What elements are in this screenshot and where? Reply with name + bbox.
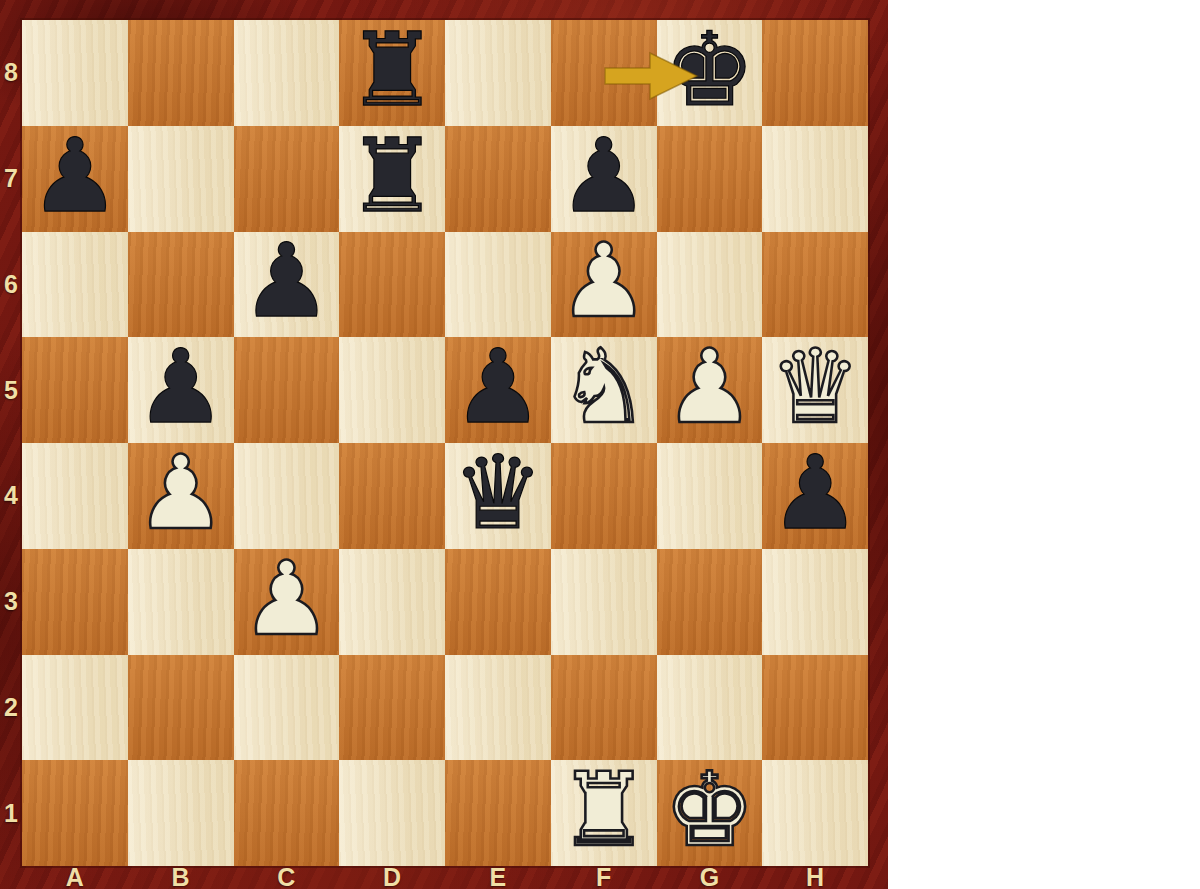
white-queen-h5[interactable]: ♛ xyxy=(769,336,860,438)
black-pawn-h4[interactable]: ♟ xyxy=(769,442,860,544)
square-f4[interactable] xyxy=(551,443,657,549)
file-label-g: G xyxy=(657,866,763,889)
black-queen-e4[interactable]: ♛ xyxy=(452,442,543,544)
file-labels: ABCDEFGH xyxy=(22,866,868,889)
square-h7[interactable] xyxy=(762,126,868,232)
rank-label-4: 4 xyxy=(0,443,22,549)
rank-label-1: 1 xyxy=(0,760,22,866)
file-label-d: D xyxy=(339,866,445,889)
square-f5[interactable]: ♞ xyxy=(551,337,657,443)
square-g5[interactable]: ♟ xyxy=(657,337,763,443)
square-g2[interactable] xyxy=(657,655,763,761)
black-pawn-c6[interactable]: ♟ xyxy=(241,230,332,332)
white-king-g1[interactable]: ♚ xyxy=(664,759,755,861)
square-c5[interactable] xyxy=(234,337,340,443)
square-c3[interactable]: ♟ xyxy=(234,549,340,655)
square-a3[interactable] xyxy=(22,549,128,655)
square-h6[interactable] xyxy=(762,232,868,338)
file-label-e: E xyxy=(445,866,551,889)
square-a8[interactable] xyxy=(22,20,128,126)
square-g1[interactable]: ♚ xyxy=(657,760,763,866)
white-pawn-g5[interactable]: ♟ xyxy=(664,336,755,438)
square-c6[interactable]: ♟ xyxy=(234,232,340,338)
black-pawn-e5[interactable]: ♟ xyxy=(452,336,543,438)
square-b6[interactable] xyxy=(128,232,234,338)
square-c2[interactable] xyxy=(234,655,340,761)
square-d3[interactable] xyxy=(339,549,445,655)
black-king-g8[interactable]: ♚ xyxy=(664,19,755,121)
square-h2[interactable] xyxy=(762,655,868,761)
square-b8[interactable] xyxy=(128,20,234,126)
square-e7[interactable] xyxy=(445,126,551,232)
square-d8[interactable]: ♜ xyxy=(339,20,445,126)
square-b1[interactable] xyxy=(128,760,234,866)
rank-label-2: 2 xyxy=(0,655,22,761)
square-f6[interactable]: ♟ xyxy=(551,232,657,338)
square-a4[interactable] xyxy=(22,443,128,549)
square-f2[interactable] xyxy=(551,655,657,761)
file-label-a: A xyxy=(22,866,128,889)
square-d4[interactable] xyxy=(339,443,445,549)
square-g7[interactable] xyxy=(657,126,763,232)
square-e8[interactable] xyxy=(445,20,551,126)
white-pawn-b4[interactable]: ♟ xyxy=(135,442,226,544)
square-a1[interactable] xyxy=(22,760,128,866)
square-b2[interactable] xyxy=(128,655,234,761)
square-h3[interactable] xyxy=(762,549,868,655)
white-knight-f5[interactable]: ♞ xyxy=(558,336,649,438)
square-c7[interactable] xyxy=(234,126,340,232)
square-d2[interactable] xyxy=(339,655,445,761)
black-rook-d8[interactable]: ♜ xyxy=(346,19,437,121)
file-label-f: F xyxy=(551,866,657,889)
square-f8[interactable] xyxy=(551,20,657,126)
square-g4[interactable] xyxy=(657,443,763,549)
square-b5[interactable]: ♟ xyxy=(128,337,234,443)
square-g3[interactable] xyxy=(657,549,763,655)
square-c1[interactable] xyxy=(234,760,340,866)
square-g8[interactable]: ♚ xyxy=(657,20,763,126)
square-b7[interactable] xyxy=(128,126,234,232)
square-h8[interactable] xyxy=(762,20,868,126)
file-label-b: B xyxy=(128,866,234,889)
square-a6[interactable] xyxy=(22,232,128,338)
square-b3[interactable] xyxy=(128,549,234,655)
square-a5[interactable] xyxy=(22,337,128,443)
white-pawn-f6[interactable]: ♟ xyxy=(558,230,649,332)
square-d6[interactable] xyxy=(339,232,445,338)
square-e4[interactable]: ♛ xyxy=(445,443,551,549)
square-h1[interactable] xyxy=(762,760,868,866)
square-a2[interactable] xyxy=(22,655,128,761)
square-f7[interactable]: ♟ xyxy=(551,126,657,232)
black-pawn-a7[interactable]: ♟ xyxy=(29,125,120,227)
file-label-c: C xyxy=(234,866,340,889)
square-a7[interactable]: ♟ xyxy=(22,126,128,232)
square-d5[interactable] xyxy=(339,337,445,443)
rank-label-6: 6 xyxy=(0,232,22,338)
board-frame: ♜♚♟♜♟♟♟♟♟♞♟♛♟♛♟♟♜♚ 87654321 ABCDEFGH xyxy=(0,0,888,889)
square-g6[interactable] xyxy=(657,232,763,338)
black-rook-d7[interactable]: ♜ xyxy=(346,125,437,227)
file-label-h: H xyxy=(762,866,868,889)
rank-label-7: 7 xyxy=(0,126,22,232)
square-h5[interactable]: ♛ xyxy=(762,337,868,443)
square-d1[interactable] xyxy=(339,760,445,866)
square-e3[interactable] xyxy=(445,549,551,655)
rank-label-3: 3 xyxy=(0,549,22,655)
square-d7[interactable]: ♜ xyxy=(339,126,445,232)
white-pawn-c3[interactable]: ♟ xyxy=(241,548,332,650)
square-c8[interactable] xyxy=(234,20,340,126)
rank-label-5: 5 xyxy=(0,337,22,443)
rank-label-8: 8 xyxy=(0,20,22,126)
black-pawn-f7[interactable]: ♟ xyxy=(558,125,649,227)
rank-labels: 87654321 xyxy=(0,20,22,866)
square-f3[interactable] xyxy=(551,549,657,655)
square-b4[interactable]: ♟ xyxy=(128,443,234,549)
square-e1[interactable] xyxy=(445,760,551,866)
square-c4[interactable] xyxy=(234,443,340,549)
chess-board: ♜♚♟♜♟♟♟♟♟♞♟♛♟♛♟♟♜♚ xyxy=(22,20,868,866)
white-rook-f1[interactable]: ♜ xyxy=(558,759,649,861)
black-pawn-b5[interactable]: ♟ xyxy=(135,336,226,438)
square-e2[interactable] xyxy=(445,655,551,761)
square-h4[interactable]: ♟ xyxy=(762,443,868,549)
square-f1[interactable]: ♜ xyxy=(551,760,657,866)
square-e6[interactable] xyxy=(445,232,551,338)
square-e5[interactable]: ♟ xyxy=(445,337,551,443)
